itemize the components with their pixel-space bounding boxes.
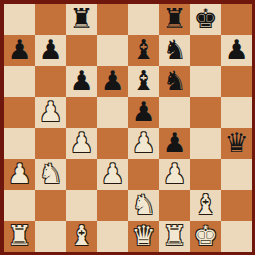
chess-board: ♜♜♚♟♟♝♞♟♟♟♝♞♟♟♟♟♟♛♟♞♟♟♞♝♜♝♛♜♚ [4, 4, 252, 252]
square-g6[interactable] [190, 66, 221, 97]
black-pawn-b7-piece: ♟ [38, 36, 62, 63]
square-d4[interactable] [97, 128, 128, 159]
white-rook-f1-piece: ♜ [162, 222, 186, 249]
square-d5[interactable] [97, 97, 128, 128]
square-c2[interactable] [66, 190, 97, 221]
square-d2[interactable] [97, 190, 128, 221]
square-e3[interactable] [128, 159, 159, 190]
square-f1[interactable]: ♜ [159, 221, 190, 252]
square-h2[interactable] [221, 190, 252, 221]
square-e2[interactable]: ♞ [128, 190, 159, 221]
white-bishop-g2-piece: ♝ [193, 191, 217, 218]
square-a5[interactable] [4, 97, 35, 128]
square-b4[interactable] [35, 128, 66, 159]
square-e7[interactable]: ♝ [128, 35, 159, 66]
white-knight-b3-piece: ♞ [38, 160, 62, 187]
white-pawn-b5-piece: ♟ [38, 98, 62, 125]
square-c4[interactable]: ♟ [66, 128, 97, 159]
white-pawn-d3-piece: ♟ [100, 160, 124, 187]
square-g3[interactable] [190, 159, 221, 190]
square-g5[interactable] [190, 97, 221, 128]
square-b3[interactable]: ♞ [35, 159, 66, 190]
white-knight-e2-piece: ♞ [131, 191, 155, 218]
black-knight-f7-piece: ♞ [162, 36, 186, 63]
black-pawn-f4-piece: ♟ [162, 129, 186, 156]
square-c7[interactable] [66, 35, 97, 66]
black-knight-f6-piece: ♞ [162, 67, 186, 94]
white-king-g1-piece: ♚ [193, 222, 217, 249]
black-rook-f8-piece: ♜ [162, 5, 186, 32]
square-h3[interactable] [221, 159, 252, 190]
square-b6[interactable] [35, 66, 66, 97]
square-e6[interactable]: ♝ [128, 66, 159, 97]
square-e4[interactable]: ♟ [128, 128, 159, 159]
black-pawn-a7-piece: ♟ [7, 36, 31, 63]
square-c3[interactable] [66, 159, 97, 190]
square-e8[interactable] [128, 4, 159, 35]
square-a7[interactable]: ♟ [4, 35, 35, 66]
square-c8[interactable]: ♜ [66, 4, 97, 35]
square-f2[interactable] [159, 190, 190, 221]
white-queen-e1-piece: ♛ [131, 222, 155, 249]
square-h5[interactable] [221, 97, 252, 128]
white-pawn-c4-piece: ♟ [69, 129, 93, 156]
square-g4[interactable] [190, 128, 221, 159]
black-rook-c8-piece: ♜ [69, 5, 93, 32]
square-g2[interactable]: ♝ [190, 190, 221, 221]
square-g1[interactable]: ♚ [190, 221, 221, 252]
black-bishop-e7-piece: ♝ [131, 36, 155, 63]
white-rook-a1-piece: ♜ [7, 222, 31, 249]
square-c6[interactable]: ♟ [66, 66, 97, 97]
square-d7[interactable] [97, 35, 128, 66]
square-f6[interactable]: ♞ [159, 66, 190, 97]
square-d3[interactable]: ♟ [97, 159, 128, 190]
square-h1[interactable] [221, 221, 252, 252]
chess-board-frame: ♜♜♚♟♟♝♞♟♟♟♝♞♟♟♟♟♟♛♟♞♟♟♞♝♜♝♛♜♚ [0, 0, 255, 255]
square-b5[interactable]: ♟ [35, 97, 66, 128]
square-b1[interactable] [35, 221, 66, 252]
black-bishop-e6-piece: ♝ [131, 67, 155, 94]
square-h6[interactable] [221, 66, 252, 97]
square-e5[interactable]: ♟ [128, 97, 159, 128]
black-pawn-d6-piece: ♟ [100, 67, 124, 94]
square-f7[interactable]: ♞ [159, 35, 190, 66]
square-h7[interactable]: ♟ [221, 35, 252, 66]
square-a8[interactable] [4, 4, 35, 35]
square-c1[interactable]: ♝ [66, 221, 97, 252]
black-king-g8-piece: ♚ [193, 5, 217, 32]
square-h4[interactable]: ♛ [221, 128, 252, 159]
square-c5[interactable] [66, 97, 97, 128]
white-pawn-e4-piece: ♟ [131, 129, 155, 156]
square-b2[interactable] [35, 190, 66, 221]
black-queen-h4-piece: ♛ [224, 129, 248, 156]
square-g8[interactable]: ♚ [190, 4, 221, 35]
square-b8[interactable] [35, 4, 66, 35]
black-pawn-h7-piece: ♟ [224, 36, 248, 63]
square-a1[interactable]: ♜ [4, 221, 35, 252]
square-a6[interactable] [4, 66, 35, 97]
black-pawn-c6-piece: ♟ [69, 67, 93, 94]
square-a4[interactable] [4, 128, 35, 159]
square-d6[interactable]: ♟ [97, 66, 128, 97]
square-a2[interactable] [4, 190, 35, 221]
white-pawn-f3-piece: ♟ [162, 160, 186, 187]
black-pawn-e5-piece: ♟ [131, 98, 155, 125]
square-f3[interactable]: ♟ [159, 159, 190, 190]
square-a3[interactable]: ♟ [4, 159, 35, 190]
square-h8[interactable] [221, 4, 252, 35]
square-d1[interactable] [97, 221, 128, 252]
white-bishop-c1-piece: ♝ [69, 222, 93, 249]
white-pawn-a3-piece: ♟ [7, 160, 31, 187]
square-f8[interactable]: ♜ [159, 4, 190, 35]
square-f5[interactable] [159, 97, 190, 128]
square-d8[interactable] [97, 4, 128, 35]
square-e1[interactable]: ♛ [128, 221, 159, 252]
square-f4[interactable]: ♟ [159, 128, 190, 159]
square-g7[interactable] [190, 35, 221, 66]
square-b7[interactable]: ♟ [35, 35, 66, 66]
